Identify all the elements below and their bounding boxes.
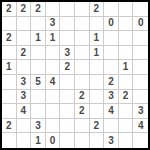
empty-cell-r8c5[interactable] [60,104,75,119]
empty-cell-r9c5[interactable] [60,119,75,134]
clue-cell-r1c7: 2 [90,2,105,17]
empty-cell-r8c7[interactable] [90,104,105,119]
empty-cell-r8c4[interactable] [46,104,61,119]
empty-cell-r2c6[interactable] [75,17,90,32]
empty-cell-r6c7[interactable] [90,75,105,90]
empty-cell-r7c4[interactable] [46,90,61,105]
empty-cell-r4c8[interactable] [104,46,119,61]
empty-cell-r3c2[interactable] [17,31,32,46]
empty-cell-r8c1[interactable] [2,104,17,119]
clue-cell-r1c3: 2 [31,2,46,17]
empty-cell-r10c7[interactable] [90,133,105,148]
empty-cell-r3c6[interactable] [75,31,90,46]
empty-cell-r7c5[interactable] [60,90,75,105]
empty-cell-r10c2[interactable] [17,133,32,148]
clue-cell-r7c8: 3 [104,90,119,105]
empty-cell-r5c4[interactable] [46,60,61,75]
empty-cell-r1c6[interactable] [75,2,90,17]
empty-cell-r3c8[interactable] [104,31,119,46]
clue-cell-r5c9: 1 [119,60,134,75]
empty-cell-r9c9[interactable] [119,119,134,134]
empty-cell-r10c5[interactable] [60,133,75,148]
clue-cell-r3c1: 2 [2,31,17,46]
empty-cell-r10c1[interactable] [2,133,17,148]
clue-cell-r10c8: 3 [104,133,119,148]
clue-cell-r7c9: 2 [119,90,134,105]
empty-cell-r4c4[interactable] [46,46,61,61]
clue-cell-r5c5: 2 [60,60,75,75]
empty-cell-r9c8[interactable] [104,119,119,134]
empty-cell-r5c8[interactable] [104,60,119,75]
clue-cell-r7c2: 3 [17,90,32,105]
clue-cell-r10c4: 0 [46,133,61,148]
clue-cell-r2c10: 0 [133,17,148,32]
empty-cell-r3c10[interactable] [133,31,148,46]
clue-cell-r4c5: 3 [60,46,75,61]
empty-cell-r7c7[interactable] [90,90,105,105]
empty-cell-r6c6[interactable] [75,75,90,90]
empty-cell-r5c2[interactable] [17,60,32,75]
clue-cell-r9c7: 2 [90,119,105,134]
empty-cell-r1c4[interactable] [46,2,61,17]
empty-cell-r6c10[interactable] [133,75,148,90]
empty-cell-r3c5[interactable] [60,31,75,46]
empty-cell-r2c9[interactable] [119,17,134,32]
empty-cell-r1c5[interactable] [60,2,75,17]
clue-cell-r6c4: 4 [46,75,61,90]
clue-cell-r8c6: 2 [75,104,90,119]
clue-cell-r9c10: 4 [133,119,148,134]
empty-cell-r2c3[interactable] [31,17,46,32]
empty-cell-r1c8[interactable] [104,2,119,17]
clue-cell-r9c3: 3 [31,119,46,134]
empty-cell-r3c9[interactable] [119,31,134,46]
clue-cell-r10c3: 1 [31,133,46,148]
empty-cell-r6c1[interactable] [2,75,17,90]
clue-cell-r3c3: 1 [31,31,46,46]
clue-cell-r8c2: 4 [17,104,32,119]
empty-cell-r6c5[interactable] [60,75,75,90]
clue-cell-r4c7: 1 [90,46,105,61]
empty-cell-r7c3[interactable] [31,90,46,105]
empty-cell-r4c1[interactable] [2,46,17,61]
clue-cell-r4c2: 2 [17,46,32,61]
empty-cell-r8c3[interactable] [31,104,46,119]
empty-cell-r5c7[interactable] [90,60,105,75]
empty-cell-r1c10[interactable] [133,2,148,17]
empty-cell-r8c9[interactable] [119,104,134,119]
empty-cell-r4c6[interactable] [75,46,90,61]
empty-cell-r5c6[interactable] [75,60,90,75]
empty-cell-r7c10[interactable] [133,90,148,105]
empty-cell-r2c7[interactable] [90,17,105,32]
empty-cell-r9c4[interactable] [46,119,61,134]
empty-cell-r1c9[interactable] [119,2,134,17]
empty-cell-r5c10[interactable] [133,60,148,75]
empty-cell-r7c1[interactable] [2,90,17,105]
empty-cell-r2c1[interactable] [2,17,17,32]
empty-cell-r4c3[interactable] [31,46,46,61]
clue-cell-r6c3: 5 [31,75,46,90]
clue-cell-r6c2: 3 [17,75,32,90]
clue-cell-r6c8: 2 [104,75,119,90]
clue-cell-r9c1: 2 [2,119,17,134]
empty-cell-r10c6[interactable] [75,133,90,148]
empty-cell-r6c9[interactable] [119,75,134,90]
empty-cell-r10c9[interactable] [119,133,134,148]
empty-cell-r9c6[interactable] [75,119,90,134]
empty-cell-r2c5[interactable] [60,17,75,32]
clue-cell-r5c1: 1 [2,60,17,75]
clue-cell-r1c1: 2 [2,2,17,17]
clue-cell-r8c8: 4 [104,104,119,119]
clue-cell-r8c10: 3 [133,104,148,119]
empty-cell-r5c3[interactable] [31,60,46,75]
clue-cell-r2c8: 0 [104,17,119,32]
empty-cell-r10c10[interactable] [133,133,148,148]
clue-cell-r3c4: 1 [46,31,61,46]
empty-cell-r9c2[interactable] [17,119,32,134]
clue-cell-r1c2: 2 [17,2,32,17]
clue-cell-r2c4: 3 [46,17,61,32]
clue-cell-r3c7: 1 [90,31,105,46]
empty-cell-r2c2[interactable] [17,17,32,32]
puzzle-board: 222230021112311213542323242432324103 [0,0,150,150]
empty-cell-r4c9[interactable] [119,46,134,61]
clue-cell-r7c6: 2 [75,90,90,105]
empty-cell-r4c10[interactable] [133,46,148,61]
